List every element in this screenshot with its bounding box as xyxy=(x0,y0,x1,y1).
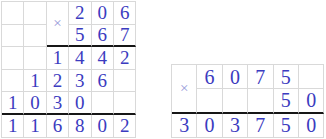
multiplication-grid-1: ×206567144212361030116802 xyxy=(1,1,136,138)
cell-r0c4: 5 xyxy=(274,65,299,89)
cell-r1c4: 5 xyxy=(274,89,299,113)
cell-r0c2: 0 xyxy=(223,65,248,89)
cell-r0c5: 6 xyxy=(114,2,136,25)
cell-r4c5 xyxy=(114,92,136,115)
cell-r5c3: 8 xyxy=(69,115,91,138)
cell-r1c0 xyxy=(2,25,24,48)
cell-r0c3: 2 xyxy=(69,2,91,25)
cell-r1c3 xyxy=(248,89,273,113)
cell-r0c5 xyxy=(299,65,324,89)
cell-r1c5: 7 xyxy=(114,25,136,48)
cell-r2c3: 7 xyxy=(248,114,273,138)
cell-r3c0 xyxy=(2,70,24,93)
cell-r2c3: 4 xyxy=(69,47,91,70)
cell-r2c4: 4 xyxy=(92,47,114,70)
worksheet: ×206567144212361030116802 ×607550303750 xyxy=(0,0,326,139)
cell-r4c0: 1 xyxy=(2,92,24,115)
cell-r2c2: 3 xyxy=(223,114,248,138)
cell-r5c0: 1 xyxy=(2,115,24,138)
cell-r1c1 xyxy=(197,89,222,113)
cell-r1c3: 5 xyxy=(69,25,91,48)
cell-r3c4: 6 xyxy=(92,70,114,93)
cell-r0c1: 6 xyxy=(197,65,222,89)
multiplication-grid-2: ×607550303750 xyxy=(171,64,324,138)
cell-r0c3: 7 xyxy=(248,65,273,89)
cell-r4c4 xyxy=(92,92,114,115)
cell-r2c1: 0 xyxy=(197,114,222,138)
cell-r5c5: 2 xyxy=(114,115,136,138)
cell-r5c4: 0 xyxy=(92,115,114,138)
cell-r4c1: 0 xyxy=(24,92,46,115)
cell-r2c0: 3 xyxy=(172,114,197,138)
cell-r0c4: 0 xyxy=(92,2,114,25)
cell-r4c2: 3 xyxy=(47,92,69,115)
cell-r2c1 xyxy=(24,47,46,70)
cell-r2c2: 1 xyxy=(47,47,69,70)
cell-r3c3: 3 xyxy=(69,70,91,93)
cell-r1c5: 0 xyxy=(299,89,324,113)
cell-r0c0-multiply-sign: × xyxy=(172,65,197,114)
cell-r4c3: 0 xyxy=(69,92,91,115)
cell-r1c1 xyxy=(24,25,46,48)
cell-r0c0 xyxy=(2,2,24,25)
cell-r2c5: 0 xyxy=(299,114,324,138)
cell-r5c1: 1 xyxy=(24,115,46,138)
cell-r0c2-multiply-sign: × xyxy=(47,2,69,47)
cell-r3c1: 1 xyxy=(24,70,46,93)
cell-r0c1 xyxy=(24,2,46,25)
cell-r3c5 xyxy=(114,70,136,93)
cell-r3c2: 2 xyxy=(47,70,69,93)
cell-r2c4: 5 xyxy=(274,114,299,138)
cell-r2c5: 2 xyxy=(114,47,136,70)
cell-r1c2 xyxy=(223,89,248,113)
cell-r5c2: 6 xyxy=(47,115,69,138)
cell-r1c4: 6 xyxy=(92,25,114,48)
cell-r2c0 xyxy=(2,47,24,70)
